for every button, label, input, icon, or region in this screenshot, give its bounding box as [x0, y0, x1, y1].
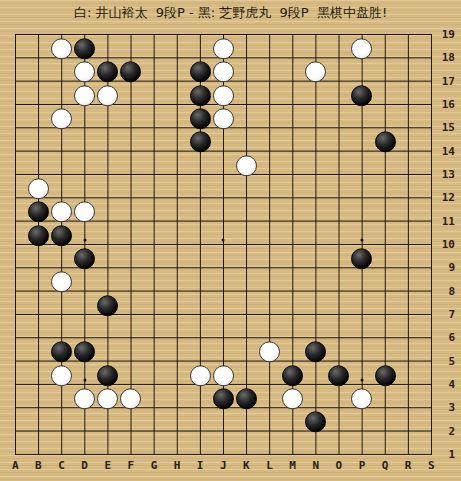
stone-white-K13	[236, 155, 257, 176]
stone-white-P3	[351, 388, 372, 409]
stone-black-J3	[213, 388, 234, 409]
stone-black-E17	[97, 62, 118, 83]
stone-black-N2	[305, 412, 326, 433]
stone-white-M3	[282, 388, 303, 409]
stone-black-Q14	[375, 132, 396, 153]
stone-white-C11	[51, 202, 72, 223]
col-label-Q: Q	[374, 459, 397, 472]
stone-black-E4	[97, 365, 118, 386]
col-label-I: I	[189, 459, 212, 472]
col-label-B: B	[27, 459, 50, 472]
stone-white-N17	[305, 62, 326, 83]
stone-black-P9	[351, 248, 372, 269]
stone-black-I15	[190, 108, 211, 129]
stone-black-I14	[190, 132, 211, 153]
col-label-R: R	[397, 459, 420, 472]
col-label-O: O	[327, 459, 350, 472]
star-point-D4	[83, 379, 86, 382]
star-point-P4	[360, 379, 363, 382]
stone-black-C10	[51, 225, 72, 246]
stone-white-L5	[259, 342, 280, 363]
stone-black-B11	[28, 202, 49, 223]
stone-white-E16	[97, 85, 118, 106]
stone-white-B12	[28, 178, 49, 199]
stone-black-O4	[328, 365, 349, 386]
stone-white-J18	[213, 38, 234, 59]
stone-black-I17	[190, 62, 211, 83]
stone-black-D18	[74, 38, 95, 59]
stone-white-C4	[51, 365, 72, 386]
stone-white-J16	[213, 85, 234, 106]
col-label-H: H	[166, 459, 189, 472]
col-label-S: S	[420, 459, 443, 472]
stone-white-J15	[213, 108, 234, 129]
col-label-E: E	[96, 459, 119, 472]
stone-black-Q4	[375, 365, 396, 386]
stone-black-M4	[282, 365, 303, 386]
stone-white-E3	[97, 388, 118, 409]
star-point-P10	[360, 239, 363, 242]
col-label-K: K	[235, 459, 258, 472]
stone-white-P18	[351, 38, 372, 59]
stone-white-J17	[213, 62, 234, 83]
col-label-G: G	[142, 459, 165, 472]
col-label-C: C	[50, 459, 73, 472]
stone-black-F17	[120, 62, 141, 83]
stone-white-J4	[213, 365, 234, 386]
stone-black-D5	[74, 342, 95, 363]
stone-black-E7	[97, 295, 118, 316]
stone-black-N5	[305, 342, 326, 363]
col-label-M: M	[281, 459, 304, 472]
go-game-window: 白: 井山裕太 9段P - 黑: 芝野虎丸 9段P 黑棋中盘胜! ABCDEFG…	[0, 0, 461, 481]
stone-white-C18	[51, 38, 72, 59]
stone-black-D9	[74, 248, 95, 269]
star-point-J10	[222, 239, 225, 242]
stone-white-F3	[120, 388, 141, 409]
stone-white-C8	[51, 272, 72, 293]
stone-white-D17	[74, 62, 95, 83]
column-labels: ABCDEFGHIJKLMNOPQRS	[4, 459, 443, 472]
stone-white-D16	[74, 85, 95, 106]
col-label-J: J	[212, 459, 235, 472]
stone-white-D3	[74, 388, 95, 409]
stone-white-D11	[74, 202, 95, 223]
stone-white-I4	[190, 365, 211, 386]
stone-black-C5	[51, 342, 72, 363]
col-label-P: P	[350, 459, 373, 472]
stone-black-B10	[28, 225, 49, 246]
col-label-F: F	[119, 459, 142, 472]
col-label-L: L	[258, 459, 281, 472]
stone-black-I16	[190, 85, 211, 106]
stone-white-C15	[51, 108, 72, 129]
stone-black-P16	[351, 85, 372, 106]
col-label-N: N	[304, 459, 327, 472]
star-point-D10	[83, 239, 86, 242]
go-board[interactable]	[4, 19, 443, 462]
col-label-A: A	[4, 459, 27, 472]
col-label-D: D	[73, 459, 96, 472]
stone-black-K3	[236, 388, 257, 409]
